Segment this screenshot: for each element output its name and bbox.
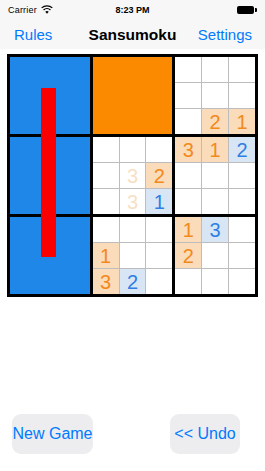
clock: 8:23 PM xyxy=(0,5,265,15)
cell-4-8[interactable] xyxy=(229,163,255,188)
settings-button[interactable]: Settings xyxy=(198,26,252,43)
block-2-2[interactable]: 132 xyxy=(175,217,255,294)
cell-6-6[interactable]: 1 xyxy=(175,217,201,242)
cell-8-5[interactable] xyxy=(146,269,172,294)
block-0-1[interactable] xyxy=(93,57,173,134)
cell-6-3[interactable] xyxy=(93,217,119,242)
status-bar: Carrier 8:23 PM xyxy=(0,0,265,20)
nav-bar: Rules Sansumoku Settings xyxy=(0,20,265,49)
cell-4-5[interactable]: 2 xyxy=(146,163,172,188)
cell-8-7[interactable] xyxy=(202,269,228,294)
cell-7-6[interactable]: 2 xyxy=(175,243,201,268)
cell-6-4[interactable] xyxy=(120,217,146,242)
cell-3-6[interactable]: 3 xyxy=(175,137,201,162)
block-1-1[interactable]: 3231 xyxy=(93,137,173,214)
cell-6-5[interactable] xyxy=(146,217,172,242)
cell-1-6[interactable] xyxy=(175,83,201,108)
cell-4-3[interactable] xyxy=(93,163,119,188)
block-1-2[interactable]: 312 xyxy=(175,137,255,214)
cell-7-3[interactable]: 1 xyxy=(93,243,119,268)
cell-2-7[interactable]: 2 xyxy=(202,109,228,134)
cell-3-3[interactable] xyxy=(93,137,119,162)
board-area: 213231312132132 xyxy=(7,54,258,297)
battery-icon xyxy=(237,6,254,14)
new-game-button[interactable]: New Game xyxy=(12,414,93,454)
cell-7-7[interactable] xyxy=(202,243,228,268)
cell-4-7[interactable] xyxy=(202,163,228,188)
cell-1-8[interactable] xyxy=(229,83,255,108)
cell-3-5[interactable] xyxy=(146,137,172,162)
cell-0-6[interactable] xyxy=(175,57,201,82)
cell-5-5[interactable]: 1 xyxy=(146,189,172,214)
cell-7-8[interactable] xyxy=(229,243,255,268)
cell-4-4[interactable]: 3 xyxy=(120,163,146,188)
undo-button[interactable]: << Undo xyxy=(170,414,240,454)
cell-3-4[interactable] xyxy=(120,137,146,162)
cell-8-6[interactable] xyxy=(175,269,201,294)
cell-4-6[interactable] xyxy=(175,163,201,188)
cell-3-7[interactable]: 1 xyxy=(202,137,228,162)
cell-8-4[interactable]: 2 xyxy=(120,269,146,294)
cell-0-7[interactable] xyxy=(202,57,228,82)
cell-6-7[interactable]: 3 xyxy=(202,217,228,242)
cell-6-8[interactable] xyxy=(229,217,255,242)
cell-5-7[interactable] xyxy=(202,189,228,214)
cell-5-3[interactable] xyxy=(93,189,119,214)
block-2-1[interactable]: 132 xyxy=(93,217,173,294)
cell-8-8[interactable] xyxy=(229,269,255,294)
cell-2-6[interactable] xyxy=(175,109,201,134)
cell-5-6[interactable] xyxy=(175,189,201,214)
cell-2-8[interactable]: 1 xyxy=(229,109,255,134)
cell-1-7[interactable] xyxy=(202,83,228,108)
cell-0-8[interactable] xyxy=(229,57,255,82)
cell-8-3[interactable]: 3 xyxy=(93,269,119,294)
cell-3-8[interactable]: 2 xyxy=(229,137,255,162)
cell-7-5[interactable] xyxy=(146,243,172,268)
strike-line xyxy=(41,88,56,257)
block-0-2[interactable]: 21 xyxy=(175,57,255,134)
cell-7-4[interactable] xyxy=(120,243,146,268)
cell-5-4[interactable]: 3 xyxy=(120,189,146,214)
cell-5-8[interactable] xyxy=(229,189,255,214)
